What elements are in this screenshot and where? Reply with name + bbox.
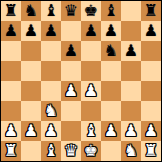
piece-black-pawn[interactable]: ♟ [81,21,101,41]
piece-black-bishop[interactable]: ♝ [101,1,121,21]
piece-black-rook[interactable]: ♜ [1,1,21,21]
piece-white-bishop[interactable]: ♝ [81,121,101,141]
square-d2[interactable] [61,121,81,141]
piece-white-pawn[interactable]: ♟ [21,121,41,141]
square-h4[interactable] [141,81,161,101]
piece-white-pawn[interactable]: ♟ [101,121,121,141]
square-h7[interactable]: ♟ [141,21,161,41]
square-h2[interactable]: ♟ [141,121,161,141]
square-g4[interactable] [121,81,141,101]
square-a5[interactable] [1,61,21,81]
square-c2[interactable]: ♟ [41,121,61,141]
piece-black-queen[interactable]: ♛ [61,1,81,21]
chess-board: ♜♞♝♛♚♝♜♟♟♟♟♟♟♟♞♟♟♟♞♟♟♟♝♟♟♟♜♝♛♚♞♜ [1,1,161,161]
piece-white-pawn[interactable]: ♟ [1,121,21,141]
piece-white-king[interactable]: ♚ [81,141,101,161]
square-d1[interactable]: ♛ [61,141,81,161]
square-b4[interactable] [21,81,41,101]
square-d6[interactable]: ♟ [61,41,81,61]
square-b6[interactable] [21,41,41,61]
square-h1[interactable]: ♜ [141,141,161,161]
square-f3[interactable] [101,101,121,121]
piece-black-knight[interactable]: ♞ [21,1,41,21]
square-e3[interactable] [81,101,101,121]
piece-black-pawn[interactable]: ♟ [141,21,161,41]
square-c6[interactable] [41,41,61,61]
square-f2[interactable]: ♟ [101,121,121,141]
square-a3[interactable] [1,101,21,121]
piece-white-knight[interactable]: ♞ [41,101,61,121]
square-e7[interactable]: ♟ [81,21,101,41]
piece-black-pawn[interactable]: ♟ [21,21,41,41]
square-b7[interactable]: ♟ [21,21,41,41]
piece-black-bishop[interactable]: ♝ [41,1,61,21]
square-e8[interactable]: ♚ [81,1,101,21]
piece-black-pawn[interactable]: ♟ [121,41,141,61]
square-g7[interactable] [121,21,141,41]
square-c7[interactable]: ♟ [41,21,61,41]
square-e5[interactable] [81,61,101,81]
square-a6[interactable] [1,41,21,61]
piece-white-rook[interactable]: ♜ [141,141,161,161]
square-h5[interactable] [141,61,161,81]
square-d7[interactable] [61,21,81,41]
square-f4[interactable] [101,81,121,101]
piece-white-pawn[interactable]: ♟ [81,81,101,101]
square-b8[interactable]: ♞ [21,1,41,21]
square-a8[interactable]: ♜ [1,1,21,21]
square-b3[interactable] [21,101,41,121]
square-g5[interactable] [121,61,141,81]
piece-white-pawn[interactable]: ♟ [61,81,81,101]
square-d3[interactable] [61,101,81,121]
square-a7[interactable]: ♟ [1,21,21,41]
square-c4[interactable] [41,81,61,101]
piece-black-pawn[interactable]: ♟ [41,21,61,41]
square-e6[interactable] [81,41,101,61]
square-g8[interactable] [121,1,141,21]
piece-white-rook[interactable]: ♜ [1,141,21,161]
square-h6[interactable] [141,41,161,61]
piece-white-pawn[interactable]: ♟ [41,121,61,141]
square-f7[interactable]: ♟ [101,21,121,41]
piece-black-pawn[interactable]: ♟ [101,21,121,41]
square-b2[interactable]: ♟ [21,121,41,141]
piece-white-pawn[interactable]: ♟ [121,121,141,141]
square-c8[interactable]: ♝ [41,1,61,21]
piece-black-knight[interactable]: ♞ [101,41,121,61]
square-d8[interactable]: ♛ [61,1,81,21]
square-d5[interactable] [61,61,81,81]
piece-white-knight[interactable]: ♞ [121,141,141,161]
square-c1[interactable]: ♝ [41,141,61,161]
square-f8[interactable]: ♝ [101,1,121,21]
square-g1[interactable]: ♞ [121,141,141,161]
square-f5[interactable] [101,61,121,81]
square-a1[interactable]: ♜ [1,141,21,161]
square-e2[interactable]: ♝ [81,121,101,141]
piece-white-queen[interactable]: ♛ [61,141,81,161]
square-a2[interactable]: ♟ [1,121,21,141]
square-a4[interactable] [1,81,21,101]
square-f1[interactable] [101,141,121,161]
square-b1[interactable] [21,141,41,161]
square-g6[interactable]: ♟ [121,41,141,61]
square-e1[interactable]: ♚ [81,141,101,161]
chess-board-frame: ♜♞♝♛♚♝♜♟♟♟♟♟♟♟♞♟♟♟♞♟♟♟♝♟♟♟♜♝♛♚♞♜ [0,0,162,162]
square-d4[interactable]: ♟ [61,81,81,101]
square-e4[interactable]: ♟ [81,81,101,101]
piece-black-king[interactable]: ♚ [81,1,101,21]
square-g2[interactable]: ♟ [121,121,141,141]
square-h3[interactable] [141,101,161,121]
square-h8[interactable]: ♜ [141,1,161,21]
square-b5[interactable] [21,61,41,81]
piece-black-pawn[interactable]: ♟ [61,41,81,61]
piece-black-rook[interactable]: ♜ [141,1,161,21]
piece-black-pawn[interactable]: ♟ [1,21,21,41]
square-f6[interactable]: ♞ [101,41,121,61]
square-g3[interactable] [121,101,141,121]
piece-white-bishop[interactable]: ♝ [41,141,61,161]
square-c3[interactable]: ♞ [41,101,61,121]
piece-white-pawn[interactable]: ♟ [141,121,161,141]
square-c5[interactable] [41,61,61,81]
